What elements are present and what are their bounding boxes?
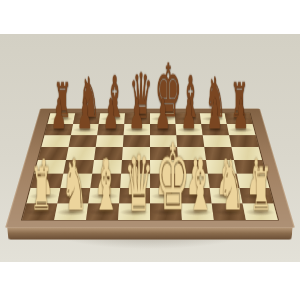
black-pawn: ♟: [51, 94, 67, 136]
white-rook: ♜: [30, 161, 49, 220]
square-h1: ♜: [243, 203, 278, 220]
black-pawn: ♟: [103, 94, 119, 136]
board-front-edge: [7, 228, 292, 240]
photo-bottom-margin: [0, 262, 300, 300]
white-knight: ♞: [62, 152, 81, 221]
chessboard-scene: ♜♞♝♛♚♝♞♜♟♟♟♟♟♟♟♟♟♟♟♟♟♟♟♟♜♞♝♛♚♝♞♜: [25, 35, 275, 285]
product-photo: ♜♞♝♛♚♝♞♜♟♟♟♟♟♟♟♟♟♟♟♟♟♟♟♟♜♞♝♛♚♝♞♜: [0, 0, 300, 300]
black-pawn: ♟: [77, 94, 93, 136]
black-pawn: ♟: [129, 94, 145, 136]
black-pawn: ♟: [233, 94, 249, 136]
black-pawn: ♟: [207, 94, 223, 136]
chessboard: ♜♞♝♛♚♝♞♜♟♟♟♟♟♟♟♟♟♟♟♟♟♟♟♟♜♞♝♛♚♝♞♜: [5, 108, 295, 228]
white-bishop: ♝: [93, 151, 112, 222]
photo-top-margin: [0, 0, 300, 34]
white-king: ♚: [156, 133, 175, 224]
square-h7: ♟: [227, 124, 256, 135]
white-rook: ♜: [250, 161, 269, 220]
white-queen: ♛: [125, 145, 144, 222]
board-grid: ♜♞♝♛♚♝♞♜♟♟♟♟♟♟♟♟♟♟♟♟♟♟♟♟♜♞♝♛♚♝♞♜: [22, 113, 278, 220]
white-bishop: ♝: [187, 151, 206, 222]
white-knight: ♞: [219, 152, 238, 221]
